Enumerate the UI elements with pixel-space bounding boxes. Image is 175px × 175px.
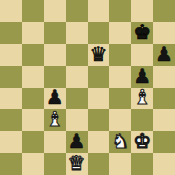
square-f8[interactable] (109, 0, 131, 22)
black-pawn[interactable]: ♟ (46, 88, 64, 108)
square-g7[interactable]: ♚ (131, 22, 153, 44)
square-e1[interactable] (88, 153, 110, 175)
square-a8[interactable] (0, 0, 22, 22)
square-c6[interactable] (44, 44, 66, 66)
square-f4[interactable] (109, 88, 131, 110)
square-f6[interactable] (109, 44, 131, 66)
square-h2[interactable] (153, 131, 175, 153)
square-g4[interactable]: ♝ (131, 88, 153, 110)
square-c1[interactable] (44, 153, 66, 175)
square-h4[interactable] (153, 88, 175, 110)
square-h7[interactable] (153, 22, 175, 44)
square-b5[interactable] (22, 66, 44, 88)
square-h1[interactable] (153, 153, 175, 175)
square-f3[interactable] (109, 109, 131, 131)
square-g3[interactable] (131, 109, 153, 131)
square-e6[interactable]: ♛ (88, 44, 110, 66)
black-pawn[interactable]: ♟ (68, 131, 86, 151)
square-e7[interactable] (88, 22, 110, 44)
square-f5[interactable] (109, 66, 131, 88)
black-king[interactable]: ♚ (133, 22, 151, 42)
square-d8[interactable] (66, 0, 88, 22)
square-d5[interactable] (66, 66, 88, 88)
square-a7[interactable] (0, 22, 22, 44)
square-b8[interactable] (22, 0, 44, 22)
white-king[interactable]: ♚ (133, 131, 151, 151)
square-b3[interactable] (22, 109, 44, 131)
square-c3[interactable]: ♝ (44, 109, 66, 131)
chess-board: ♚♛♟♟♟♝♝♟♞♚♛ (0, 0, 175, 175)
square-e8[interactable] (88, 0, 110, 22)
square-a2[interactable] (0, 131, 22, 153)
white-bishop[interactable]: ♝ (46, 109, 64, 129)
black-pawn[interactable]: ♟ (133, 66, 151, 86)
square-f7[interactable] (109, 22, 131, 44)
white-bishop[interactable]: ♝ (133, 88, 151, 108)
square-a3[interactable] (0, 109, 22, 131)
square-d7[interactable] (66, 22, 88, 44)
square-b7[interactable] (22, 22, 44, 44)
square-f2[interactable]: ♞ (109, 131, 131, 153)
square-g6[interactable] (131, 44, 153, 66)
square-a6[interactable] (0, 44, 22, 66)
square-g2[interactable]: ♚ (131, 131, 153, 153)
square-e4[interactable] (88, 88, 110, 110)
square-b6[interactable] (22, 44, 44, 66)
square-g1[interactable] (131, 153, 153, 175)
square-c8[interactable] (44, 0, 66, 22)
square-f1[interactable] (109, 153, 131, 175)
square-c4[interactable]: ♟ (44, 88, 66, 110)
square-a4[interactable] (0, 88, 22, 110)
square-d1[interactable]: ♛ (66, 153, 88, 175)
square-b4[interactable] (22, 88, 44, 110)
white-knight[interactable]: ♞ (111, 131, 129, 151)
black-pawn[interactable]: ♟ (155, 44, 173, 64)
square-a1[interactable] (0, 153, 22, 175)
square-c5[interactable] (44, 66, 66, 88)
square-e3[interactable] (88, 109, 110, 131)
square-h5[interactable] (153, 66, 175, 88)
square-d3[interactable] (66, 109, 88, 131)
black-queen[interactable]: ♛ (89, 44, 107, 64)
square-b2[interactable] (22, 131, 44, 153)
square-a5[interactable] (0, 66, 22, 88)
square-h3[interactable] (153, 109, 175, 131)
white-queen[interactable]: ♛ (68, 153, 86, 173)
square-h6[interactable]: ♟ (153, 44, 175, 66)
square-c7[interactable] (44, 22, 66, 44)
square-e2[interactable] (88, 131, 110, 153)
square-g8[interactable] (131, 0, 153, 22)
square-d2[interactable]: ♟ (66, 131, 88, 153)
square-b1[interactable] (22, 153, 44, 175)
square-g5[interactable]: ♟ (131, 66, 153, 88)
square-e5[interactable] (88, 66, 110, 88)
square-d4[interactable] (66, 88, 88, 110)
square-h8[interactable] (153, 0, 175, 22)
square-d6[interactable] (66, 44, 88, 66)
square-c2[interactable] (44, 131, 66, 153)
